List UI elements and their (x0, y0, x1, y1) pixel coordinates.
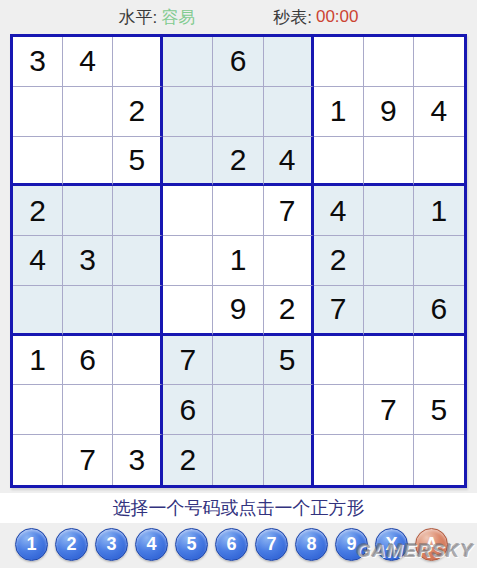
cell-r2c9: 4 (414, 87, 464, 137)
cell-r3c9[interactable] (414, 137, 464, 187)
cell-r7c3[interactable] (113, 336, 163, 386)
number-button-7[interactable]: 7 (255, 528, 288, 561)
cell-r4c9: 1 (414, 186, 464, 236)
cell-r4c6: 7 (264, 186, 314, 236)
cell-r6c2[interactable] (63, 286, 113, 336)
number-button-6[interactable]: 6 (215, 528, 248, 561)
cell-r9c7[interactable] (314, 435, 364, 485)
cell-r8c5[interactable] (213, 385, 263, 435)
cell-r7c5[interactable] (213, 336, 263, 386)
instruction-bar: 选择一个号码或点击一个正方形 (0, 493, 477, 523)
cell-r1c6[interactable] (264, 37, 314, 87)
level-group: 水平: 容易 (118, 6, 195, 29)
cell-r8c2[interactable] (63, 385, 113, 435)
cell-r1c8[interactable] (364, 37, 414, 87)
cell-r2c2[interactable] (63, 87, 113, 137)
cell-r4c2[interactable] (63, 186, 113, 236)
timer-group: 秒表: 00:00 (273, 6, 358, 29)
cell-r5c6[interactable] (264, 236, 314, 286)
cell-r3c5: 2 (213, 137, 263, 187)
cell-r1c2: 4 (63, 37, 113, 87)
cell-r2c5[interactable] (213, 87, 263, 137)
level-value: 容易 (161, 6, 195, 29)
cell-r7c9[interactable] (414, 336, 464, 386)
timer-value: 00:00 (316, 7, 359, 27)
cell-r6c9: 6 (414, 286, 464, 336)
cell-r1c3[interactable] (113, 37, 163, 87)
cell-r5c1: 4 (13, 236, 63, 286)
instruction-text: 选择一个号码或点击一个正方形 (113, 496, 365, 520)
cell-r6c5: 9 (213, 286, 263, 336)
number-button-4[interactable]: 4 (135, 528, 168, 561)
cell-r1c1: 3 (13, 37, 63, 87)
cell-r7c2: 6 (63, 336, 113, 386)
cell-r6c8[interactable] (364, 286, 414, 336)
cell-r3c2[interactable] (63, 137, 113, 187)
cell-r2c7: 1 (314, 87, 364, 137)
cell-r4c7: 4 (314, 186, 364, 236)
cell-r4c1: 2 (13, 186, 63, 236)
cell-r3c7[interactable] (314, 137, 364, 187)
erase-button[interactable]: X (375, 528, 408, 561)
cell-r8c6[interactable] (264, 385, 314, 435)
cell-r4c5[interactable] (213, 186, 263, 236)
cell-r2c3: 2 (113, 87, 163, 137)
number-button-9[interactable]: 9 (335, 528, 368, 561)
cell-r2c6[interactable] (264, 87, 314, 137)
cell-r8c1[interactable] (13, 385, 63, 435)
cell-r5c9[interactable] (414, 236, 464, 286)
cell-r5c2: 3 (63, 236, 113, 286)
number-button-1[interactable]: 1 (15, 528, 48, 561)
cell-r6c4[interactable] (163, 286, 213, 336)
number-button-3[interactable]: 3 (95, 528, 128, 561)
number-button-5[interactable]: 5 (175, 528, 208, 561)
cell-r4c4[interactable] (163, 186, 213, 236)
top-bar: 水平: 容易 秒表: 00:00 (0, 0, 477, 34)
cell-r9c1[interactable] (13, 435, 63, 485)
cell-r4c3[interactable] (113, 186, 163, 236)
cell-r5c8[interactable] (364, 236, 414, 286)
sudoku-board: 34621945242741431292761675675732 (10, 34, 467, 488)
cell-r7c4: 7 (163, 336, 213, 386)
number-button-2[interactable]: 2 (55, 528, 88, 561)
cell-r5c7: 2 (314, 236, 364, 286)
cell-r8c4: 6 (163, 385, 213, 435)
cell-r6c7: 7 (314, 286, 364, 336)
cell-r9c4: 2 (163, 435, 213, 485)
cell-r3c4[interactable] (163, 137, 213, 187)
cell-r2c8: 9 (364, 87, 414, 137)
cell-r6c6: 2 (264, 286, 314, 336)
cell-r8c3[interactable] (113, 385, 163, 435)
cell-r3c6: 4 (264, 137, 314, 187)
cell-r7c1: 1 (13, 336, 63, 386)
cell-r3c8[interactable] (364, 137, 414, 187)
cell-r1c5: 6 (213, 37, 263, 87)
cell-r6c3[interactable] (113, 286, 163, 336)
cell-r1c9[interactable] (414, 37, 464, 87)
level-label: 水平: (118, 6, 157, 29)
number-button-row: 123456789XA (15, 528, 477, 561)
cell-r3c3: 5 (113, 137, 163, 187)
cell-r6c1[interactable] (13, 286, 63, 336)
cell-r9c6[interactable] (264, 435, 314, 485)
cell-r5c5: 1 (213, 236, 263, 286)
cell-r9c5[interactable] (213, 435, 263, 485)
cell-r8c8: 7 (364, 385, 414, 435)
cell-r9c3: 3 (113, 435, 163, 485)
cell-r7c7[interactable] (314, 336, 364, 386)
cell-r5c4[interactable] (163, 236, 213, 286)
special-button-a[interactable]: A (415, 528, 448, 561)
cell-r2c4[interactable] (163, 87, 213, 137)
cell-r9c9[interactable] (414, 435, 464, 485)
cell-r4c8[interactable] (364, 186, 414, 236)
cell-r1c4[interactable] (163, 37, 213, 87)
cell-r8c9: 5 (414, 385, 464, 435)
cell-r5c3[interactable] (113, 236, 163, 286)
cell-r7c8[interactable] (364, 336, 414, 386)
cell-r9c2: 7 (63, 435, 113, 485)
cell-r8c7[interactable] (314, 385, 364, 435)
timer-label: 秒表: (273, 6, 312, 29)
cell-r3c1[interactable] (13, 137, 63, 187)
cell-r9c8[interactable] (364, 435, 414, 485)
number-button-8[interactable]: 8 (295, 528, 328, 561)
cell-r7c6: 5 (264, 336, 314, 386)
cell-r2c1[interactable] (13, 87, 63, 137)
cell-r1c7[interactable] (314, 37, 364, 87)
